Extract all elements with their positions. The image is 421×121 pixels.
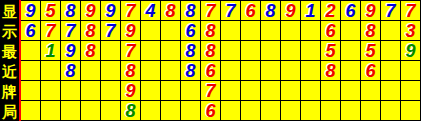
cell-r4-c5 (101, 61, 121, 81)
cell-r3-c9: 8 (181, 41, 201, 61)
cell-r3-c19 (381, 41, 401, 61)
digit: 8 (65, 2, 75, 20)
cell-r6-c19 (381, 101, 401, 121)
cell-r2-c16: 6 (321, 21, 341, 41)
digit: 7 (65, 22, 75, 40)
cell-r3-c15 (301, 41, 321, 61)
digit: 7 (105, 22, 115, 40)
cell-r4-c10: 6 (201, 61, 221, 81)
cell-r3-c5 (101, 41, 121, 61)
cell-r2-c3: 7 (61, 21, 81, 41)
cell-r1-c17: 6 (341, 1, 361, 21)
digit: 5 (365, 42, 375, 60)
digit: 6 (185, 22, 195, 40)
board-title-vertical: 显示最近牌局 (0, 0, 19, 121)
digit: 3 (405, 22, 415, 40)
cell-r6-c12 (241, 101, 261, 121)
cell-r3-c2: 1 (41, 41, 61, 61)
cell-r6-c18 (361, 101, 381, 121)
digit: 9 (125, 22, 135, 40)
cell-r6-c2 (41, 101, 61, 121)
digit: 5 (45, 2, 55, 20)
cell-r3-c16: 5 (321, 41, 341, 61)
digit: 9 (25, 2, 35, 20)
cell-r6-c10: 6 (201, 101, 221, 121)
cell-r3-c8 (161, 41, 181, 61)
cell-r3-c4: 8 (81, 41, 101, 61)
digit: 8 (125, 62, 135, 80)
digit: 7 (205, 2, 215, 20)
cell-r5-c19 (381, 81, 401, 101)
cell-r3-c10: 8 (201, 41, 221, 61)
cell-r5-c4 (81, 81, 101, 101)
cell-r1-c14: 9 (281, 1, 301, 21)
title-char-3: 最 (0, 41, 19, 61)
cell-r2-c8 (161, 21, 181, 41)
cell-r2-c12 (241, 21, 261, 41)
digit: 1 (45, 42, 55, 60)
cell-r6-c5 (101, 101, 121, 121)
cell-r5-c3 (61, 81, 81, 101)
cell-r2-c7 (141, 21, 161, 41)
number-grid: 9589974887768912697767787968683198788559… (21, 0, 421, 121)
cell-r1-c7: 4 (141, 1, 161, 21)
cell-r6-c4 (81, 101, 101, 121)
digit: 9 (285, 2, 295, 20)
digit: 7 (225, 2, 235, 20)
digit: 8 (185, 2, 195, 20)
cell-r4-c7 (141, 61, 161, 81)
cell-r1-c19: 7 (381, 1, 401, 21)
cell-r4-c18: 6 (361, 61, 381, 81)
cell-r1-c1: 9 (21, 1, 41, 21)
digit: 8 (205, 22, 215, 40)
cell-r5-c18 (361, 81, 381, 101)
digit: 9 (125, 82, 135, 100)
cell-r1-c5: 9 (101, 1, 121, 21)
results-board: 显示最近牌局 958997488776891269776778796868319… (0, 0, 421, 121)
cell-r5-c1 (21, 81, 41, 101)
cell-r1-c4: 9 (81, 1, 101, 21)
cell-r3-c11 (221, 41, 241, 61)
cell-r5-c17 (341, 81, 361, 101)
cell-r2-c1: 6 (21, 21, 41, 41)
digit: 8 (185, 62, 195, 80)
digit: 8 (125, 102, 135, 120)
digit: 5 (325, 42, 335, 60)
cell-r6-c17 (341, 101, 361, 121)
cell-r4-c9: 8 (181, 61, 201, 81)
cell-r3-c12 (241, 41, 261, 61)
cell-r4-c15 (301, 61, 321, 81)
cell-r4-c3: 8 (61, 61, 81, 81)
digit: 1 (305, 2, 315, 20)
digit: 7 (125, 42, 135, 60)
cell-r4-c19 (381, 61, 401, 81)
digit: 7 (205, 82, 215, 100)
cell-r5-c13 (261, 81, 281, 101)
cell-r1-c9: 8 (181, 1, 201, 21)
title-char-5: 牌 (0, 81, 19, 101)
cell-r6-c20 (401, 101, 421, 121)
cell-r1-c10: 7 (201, 1, 221, 21)
digit: 9 (105, 2, 115, 20)
digit: 8 (85, 42, 95, 60)
digit: 6 (245, 2, 255, 20)
cell-r2-c11 (221, 21, 241, 41)
cell-r3-c1 (21, 41, 41, 61)
cell-r2-c17 (341, 21, 361, 41)
cell-r6-c16 (321, 101, 341, 121)
digit: 8 (365, 22, 375, 40)
digit: 6 (205, 62, 215, 80)
cell-r6-c15 (301, 101, 321, 121)
cell-r3-c18: 5 (361, 41, 381, 61)
cell-r5-c20 (401, 81, 421, 101)
digit: 9 (405, 42, 415, 60)
cell-r4-c12 (241, 61, 261, 81)
cell-r1-c15: 1 (301, 1, 321, 21)
digit: 8 (205, 42, 215, 60)
cell-r5-c16 (321, 81, 341, 101)
cell-r1-c8: 8 (161, 1, 181, 21)
cell-r4-c14 (281, 61, 301, 81)
digit: 8 (165, 2, 175, 20)
cell-r5-c6: 9 (121, 81, 141, 101)
cell-r6-c6: 8 (121, 101, 141, 121)
digit: 9 (365, 2, 375, 20)
cell-r5-c11 (221, 81, 241, 101)
digit: 7 (405, 2, 415, 20)
title-char-4: 近 (0, 61, 19, 81)
cell-r4-c17 (341, 61, 361, 81)
cell-r1-c11: 7 (221, 1, 241, 21)
cell-r2-c5: 7 (101, 21, 121, 41)
cell-r2-c6: 9 (121, 21, 141, 41)
digit: 7 (45, 22, 55, 40)
cell-r1-c3: 8 (61, 1, 81, 21)
digit: 8 (65, 62, 75, 80)
digit: 8 (265, 2, 275, 20)
cell-r2-c15 (301, 21, 321, 41)
title-char-2: 示 (0, 21, 19, 41)
cell-r4-c1 (21, 61, 41, 81)
cell-r4-c16: 8 (321, 61, 341, 81)
cell-r2-c9: 6 (181, 21, 201, 41)
cell-r2-c19 (381, 21, 401, 41)
title-char-1: 显 (0, 1, 19, 21)
cell-r1-c20: 7 (401, 1, 421, 21)
cell-r6-c8 (161, 101, 181, 121)
cell-r3-c14 (281, 41, 301, 61)
digit: 6 (25, 22, 35, 40)
digit: 4 (145, 2, 155, 20)
digit: 8 (85, 22, 95, 40)
cell-r6-c3 (61, 101, 81, 121)
cell-r3-c6: 7 (121, 41, 141, 61)
cell-r3-c3: 9 (61, 41, 81, 61)
title-char-6: 局 (0, 101, 19, 121)
cell-r6-c13 (261, 101, 281, 121)
cell-r2-c4: 8 (81, 21, 101, 41)
cell-r4-c13 (261, 61, 281, 81)
cell-r4-c2 (41, 61, 61, 81)
digit: 8 (185, 42, 195, 60)
cell-r1-c13: 8 (261, 1, 281, 21)
cell-r5-c5 (101, 81, 121, 101)
cell-r6-c7 (141, 101, 161, 121)
cell-r2-c13 (261, 21, 281, 41)
cell-r5-c9 (181, 81, 201, 101)
cell-r2-c20: 3 (401, 21, 421, 41)
cell-r5-c15 (301, 81, 321, 101)
digit: 6 (205, 102, 215, 120)
cell-r1-c12: 6 (241, 1, 261, 21)
cell-r4-c20 (401, 61, 421, 81)
cell-r3-c13 (261, 41, 281, 61)
cell-r3-c7 (141, 41, 161, 61)
digit: 7 (125, 2, 135, 20)
cell-r5-c12 (241, 81, 261, 101)
cell-r4-c4 (81, 61, 101, 81)
cell-r4-c11 (221, 61, 241, 81)
digit: 6 (325, 22, 335, 40)
cell-r5-c7 (141, 81, 161, 101)
cell-r5-c14 (281, 81, 301, 101)
cell-r2-c14 (281, 21, 301, 41)
cell-r5-c10: 7 (201, 81, 221, 101)
digit: 9 (65, 42, 75, 60)
cell-r4-c6: 8 (121, 61, 141, 81)
cell-r6-c1 (21, 101, 41, 121)
digit: 2 (325, 2, 335, 20)
digit: 7 (385, 2, 395, 20)
cell-r2-c18: 8 (361, 21, 381, 41)
cell-r6-c14 (281, 101, 301, 121)
cell-r1-c16: 2 (321, 1, 341, 21)
cell-r6-c9 (181, 101, 201, 121)
cell-r5-c8 (161, 81, 181, 101)
digit: 9 (85, 2, 95, 20)
digit: 6 (345, 2, 355, 20)
cell-r6-c11 (221, 101, 241, 121)
cell-r1-c6: 7 (121, 1, 141, 21)
cell-r4-c8 (161, 61, 181, 81)
cell-r2-c2: 7 (41, 21, 61, 41)
cell-r3-c17 (341, 41, 361, 61)
cell-r1-c2: 5 (41, 1, 61, 21)
cell-r5-c2 (41, 81, 61, 101)
digit: 6 (365, 62, 375, 80)
cell-r3-c20: 9 (401, 41, 421, 61)
cell-r2-c10: 8 (201, 21, 221, 41)
cell-r1-c18: 9 (361, 1, 381, 21)
digit: 8 (325, 62, 335, 80)
